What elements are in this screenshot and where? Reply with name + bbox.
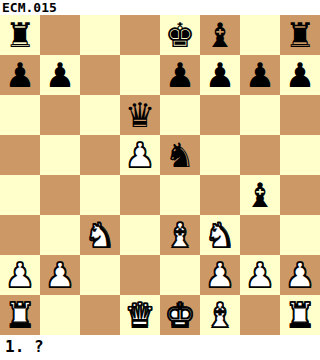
piece-black-pawn: ♟ <box>5 55 35 95</box>
square-c5[interactable] <box>80 135 120 175</box>
piece-white-knight: ♞ <box>85 215 115 255</box>
square-d2[interactable] <box>120 255 160 295</box>
square-g3[interactable] <box>240 215 280 255</box>
square-c7[interactable] <box>80 55 120 95</box>
square-h4[interactable] <box>280 175 320 215</box>
square-g4[interactable]: ♝ <box>240 175 280 215</box>
square-d4[interactable] <box>120 175 160 215</box>
square-h7[interactable]: ♟ <box>280 55 320 95</box>
square-e5[interactable]: ♞ <box>160 135 200 175</box>
square-e4[interactable] <box>160 175 200 215</box>
square-b7[interactable]: ♟ <box>40 55 80 95</box>
piece-white-knight: ♞ <box>205 215 235 255</box>
piece-black-rook: ♜ <box>285 15 315 55</box>
square-g7[interactable]: ♟ <box>240 55 280 95</box>
square-a6[interactable] <box>0 95 40 135</box>
square-d6[interactable]: ♛ <box>120 95 160 135</box>
piece-black-pawn: ♟ <box>285 55 315 95</box>
square-f2[interactable]: ♟ <box>200 255 240 295</box>
square-f6[interactable] <box>200 95 240 135</box>
piece-black-pawn: ♟ <box>165 55 195 95</box>
square-b2[interactable]: ♟ <box>40 255 80 295</box>
square-h3[interactable] <box>280 215 320 255</box>
square-f3[interactable]: ♞ <box>200 215 240 255</box>
square-a4[interactable] <box>0 175 40 215</box>
square-b4[interactable] <box>40 175 80 215</box>
square-e6[interactable] <box>160 95 200 135</box>
piece-white-rook: ♜ <box>5 295 35 335</box>
move-prompt: 1. ? <box>0 335 320 360</box>
piece-white-pawn: ♟ <box>245 255 275 295</box>
square-h8[interactable]: ♜ <box>280 15 320 55</box>
square-e2[interactable] <box>160 255 200 295</box>
square-g1[interactable] <box>240 295 280 335</box>
square-g5[interactable] <box>240 135 280 175</box>
square-c6[interactable] <box>80 95 120 135</box>
square-f1[interactable]: ♝ <box>200 295 240 335</box>
square-a3[interactable] <box>0 215 40 255</box>
square-d3[interactable] <box>120 215 160 255</box>
piece-black-pawn: ♟ <box>245 55 275 95</box>
square-d8[interactable] <box>120 15 160 55</box>
square-f5[interactable] <box>200 135 240 175</box>
square-c4[interactable] <box>80 175 120 215</box>
piece-white-king: ♚ <box>165 295 195 335</box>
square-g6[interactable] <box>240 95 280 135</box>
chess-board: ♜♚♝♜♟♟♟♟♟♟♛♟♞♝♞♝♞♟♟♟♟♟♜♛♚♝♜ <box>0 15 320 335</box>
square-a2[interactable]: ♟ <box>0 255 40 295</box>
piece-white-bishop: ♝ <box>205 295 235 335</box>
square-a8[interactable]: ♜ <box>0 15 40 55</box>
square-f8[interactable]: ♝ <box>200 15 240 55</box>
piece-black-rook: ♜ <box>5 15 35 55</box>
square-c8[interactable] <box>80 15 120 55</box>
piece-white-bishop: ♝ <box>165 215 195 255</box>
square-e8[interactable]: ♚ <box>160 15 200 55</box>
piece-black-knight: ♞ <box>165 135 195 175</box>
square-b5[interactable] <box>40 135 80 175</box>
square-b1[interactable] <box>40 295 80 335</box>
piece-white-pawn: ♟ <box>285 255 315 295</box>
piece-black-king: ♚ <box>165 15 195 55</box>
square-h2[interactable]: ♟ <box>280 255 320 295</box>
square-d1[interactable]: ♛ <box>120 295 160 335</box>
square-g8[interactable] <box>240 15 280 55</box>
piece-black-bishop: ♝ <box>205 15 235 55</box>
square-h5[interactable] <box>280 135 320 175</box>
piece-white-queen: ♛ <box>125 295 155 335</box>
piece-white-pawn: ♟ <box>125 135 155 175</box>
square-b6[interactable] <box>40 95 80 135</box>
square-g2[interactable]: ♟ <box>240 255 280 295</box>
square-e1[interactable]: ♚ <box>160 295 200 335</box>
square-f7[interactable]: ♟ <box>200 55 240 95</box>
piece-black-queen: ♛ <box>125 95 155 135</box>
square-b3[interactable] <box>40 215 80 255</box>
piece-black-bishop: ♝ <box>245 175 275 215</box>
piece-white-pawn: ♟ <box>5 255 35 295</box>
square-e7[interactable]: ♟ <box>160 55 200 95</box>
square-c2[interactable] <box>80 255 120 295</box>
square-e3[interactable]: ♝ <box>160 215 200 255</box>
square-c1[interactable] <box>80 295 120 335</box>
square-c3[interactable]: ♞ <box>80 215 120 255</box>
chess-app-window: ECM.015 ♜♚♝♜♟♟♟♟♟♟♛♟♞♝♞♝♞♟♟♟♟♟♜♛♚♝♜ 1. ? <box>0 0 320 360</box>
square-h1[interactable]: ♜ <box>280 295 320 335</box>
piece-white-pawn: ♟ <box>45 255 75 295</box>
square-d7[interactable] <box>120 55 160 95</box>
piece-white-pawn: ♟ <box>205 255 235 295</box>
piece-white-rook: ♜ <box>285 295 315 335</box>
square-a1[interactable]: ♜ <box>0 295 40 335</box>
square-a7[interactable]: ♟ <box>0 55 40 95</box>
square-a5[interactable] <box>0 135 40 175</box>
piece-black-pawn: ♟ <box>45 55 75 95</box>
piece-black-pawn: ♟ <box>205 55 235 95</box>
square-f4[interactable] <box>200 175 240 215</box>
square-b8[interactable] <box>40 15 80 55</box>
square-h6[interactable] <box>280 95 320 135</box>
position-title: ECM.015 <box>0 0 320 15</box>
square-d5[interactable]: ♟ <box>120 135 160 175</box>
